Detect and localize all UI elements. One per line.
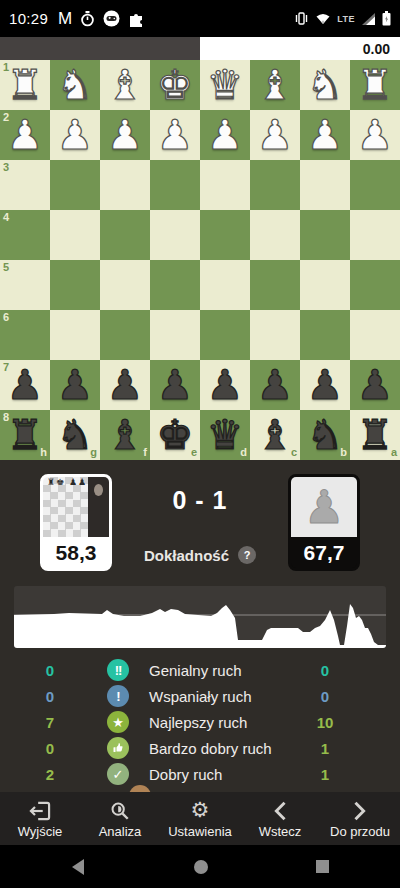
square-g6[interactable] — [50, 310, 100, 360]
square-h1[interactable]: 1♜ — [0, 60, 50, 110]
android-home-button[interactable] — [193, 859, 209, 875]
rank-label: 7 — [3, 362, 9, 373]
app-screen: 10:29 M LTE 0.00 1♜♞♝♚♛♝♞♜2♟♟♟♟♟♟♟♟34567… — [0, 0, 400, 888]
black-great-count: 0 — [290, 688, 360, 705]
file-label: g — [90, 447, 97, 458]
square-e4[interactable] — [150, 210, 200, 260]
square-b6[interactable] — [300, 310, 350, 360]
square-b5[interactable] — [300, 260, 350, 310]
square-d2[interactable]: ♟ — [200, 110, 250, 160]
battery-icon — [382, 11, 391, 26]
file-label: d — [240, 447, 247, 458]
breakdown-row-best: 7 ★ Najlepszy ruch 10 — [0, 709, 360, 735]
black-bishop[interactable]: ♝ — [257, 410, 294, 460]
chevron-left-icon — [273, 801, 287, 821]
square-d4[interactable] — [200, 210, 250, 260]
black-queen[interactable]: ♛ — [207, 410, 244, 460]
square-c3[interactable] — [250, 160, 300, 210]
white-pawn[interactable]: ♟ — [7, 110, 44, 160]
white-pawn[interactable]: ♟ — [207, 110, 244, 160]
square-d5[interactable] — [200, 260, 250, 310]
black-rook[interactable]: ♜ — [7, 410, 44, 460]
square-a6[interactable] — [350, 310, 400, 360]
status-bar: 10:29 M LTE — [0, 0, 400, 37]
black-brilliant-count: 0 — [290, 662, 360, 679]
best-move-icon: ★ — [107, 711, 129, 733]
best-move-label: Najlepszy ruch — [140, 714, 290, 731]
white-knight[interactable]: ♞ — [57, 60, 94, 110]
game-summary-panel: ♜♚ ♟♟♟ 58,3 0 - 1 Dokładność ? ♟ 67,7 — [0, 460, 400, 583]
black-accuracy-value: 67,7 — [291, 537, 357, 568]
square-e1[interactable]: ♚ — [150, 60, 200, 110]
android-navigation-bar — [0, 845, 400, 888]
breakdown-row-good: 2 ✓ Dobry ruch 1 — [0, 761, 360, 787]
square-e7[interactable]: ♟ — [150, 360, 200, 410]
bottom-toolbar: Wyjście Analiza ⚙ Ustawienia Wstecz Do p… — [0, 792, 400, 845]
square-h8[interactable]: 8h♜ — [0, 410, 50, 460]
square-d1[interactable]: ♛ — [200, 60, 250, 110]
square-e6[interactable] — [150, 310, 200, 360]
square-h5[interactable]: 5 — [0, 260, 50, 310]
evaluation-graph-section — [0, 583, 400, 652]
white-pawn[interactable]: ♟ — [107, 110, 144, 160]
gear-icon: ⚙ — [191, 800, 210, 821]
accuracy-help-icon[interactable]: ? — [238, 546, 256, 564]
square-g7[interactable]: ♟ — [50, 360, 100, 410]
square-b4[interactable] — [300, 210, 350, 260]
play-games-notification-icon — [103, 10, 120, 27]
evaluation-bar: 0.00 — [0, 37, 400, 60]
black-avatar-image: ♟ — [291, 477, 357, 537]
file-label: b — [340, 447, 347, 458]
square-b7[interactable]: ♟ — [300, 360, 350, 410]
white-excellent-count: 0 — [0, 740, 100, 757]
evaluation-value: 0.00 — [363, 37, 390, 60]
forward-move-button[interactable]: Do przodu — [320, 792, 400, 845]
square-e5[interactable] — [150, 260, 200, 310]
square-g8[interactable]: g♞ — [50, 410, 100, 460]
square-f4[interactable] — [100, 210, 150, 260]
white-pawn[interactable]: ♟ — [357, 110, 394, 160]
black-excellent-count: 1 — [290, 740, 360, 757]
black-pawn[interactable]: ♟ — [7, 360, 44, 410]
rank-label: 1 — [3, 62, 9, 73]
file-label: e — [191, 447, 197, 458]
white-brilliant-count: 0 — [0, 662, 100, 679]
white-knight[interactable]: ♞ — [307, 60, 344, 110]
black-king[interactable]: ♚ — [157, 410, 194, 460]
signal-icon — [362, 13, 375, 25]
black-knight[interactable]: ♞ — [307, 410, 344, 460]
android-back-button[interactable] — [70, 858, 86, 876]
accuracy-label: Dokładność — [144, 547, 229, 564]
great-move-icon: ! — [107, 685, 129, 707]
square-f6[interactable] — [100, 310, 150, 360]
square-a5[interactable] — [350, 260, 400, 310]
square-a8[interactable]: a♜ — [350, 410, 400, 460]
white-great-count: 0 — [0, 688, 100, 705]
brilliant-move-icon: !! — [107, 659, 129, 681]
square-f7[interactable]: ♟ — [100, 360, 150, 410]
square-b8[interactable]: b♞ — [300, 410, 350, 460]
black-pawn[interactable]: ♟ — [57, 360, 94, 410]
square-c6[interactable] — [250, 310, 300, 360]
back-move-button[interactable]: Wstecz — [240, 792, 320, 845]
square-c2[interactable]: ♟ — [250, 110, 300, 160]
square-g5[interactable] — [50, 260, 100, 310]
square-f5[interactable] — [100, 260, 150, 310]
square-h7[interactable]: 7♟ — [0, 360, 50, 410]
white-pawn[interactable]: ♟ — [307, 110, 344, 160]
white-pawn[interactable]: ♟ — [257, 110, 294, 160]
gmail-notification-icon: M — [58, 10, 72, 27]
black-good-count: 1 — [290, 766, 360, 783]
good-move-check-icon: ✓ — [107, 763, 129, 785]
square-g2[interactable]: ♟ — [50, 110, 100, 160]
rank-label: 5 — [3, 262, 9, 273]
rank-label: 4 — [3, 212, 9, 223]
square-g4[interactable] — [50, 210, 100, 260]
chevron-right-icon — [353, 801, 367, 821]
square-a3[interactable] — [350, 160, 400, 210]
excellent-move-thumbs-up-icon — [107, 737, 129, 759]
square-d8[interactable]: d♛ — [200, 410, 250, 460]
breakdown-row-excellent: 0 Bardzo dobry ruch 1 — [0, 735, 360, 761]
black-knight[interactable]: ♞ — [57, 410, 94, 460]
puzzle-notification-icon — [128, 11, 144, 27]
breakdown-row-brilliant: 0 !! Genialny ruch 0 — [0, 657, 360, 683]
square-a2[interactable]: ♟ — [350, 110, 400, 160]
white-bishop[interactable]: ♝ — [107, 60, 144, 110]
white-pawn[interactable]: ♟ — [157, 110, 194, 160]
white-king[interactable]: ♚ — [157, 60, 194, 110]
wifi-icon — [316, 13, 330, 25]
breakdown-row-great: 0 ! Wspaniały ruch 0 — [0, 683, 360, 709]
black-best-count: 10 — [290, 714, 360, 731]
rank-label: 3 — [3, 162, 9, 173]
square-c7[interactable]: ♟ — [250, 360, 300, 410]
square-f2[interactable]: ♟ — [100, 110, 150, 160]
square-g1[interactable]: ♞ — [50, 60, 100, 110]
square-e3[interactable] — [150, 160, 200, 210]
square-g3[interactable] — [50, 160, 100, 210]
analysis-button[interactable]: Analiza — [80, 792, 160, 845]
square-a7[interactable]: ♟ — [350, 360, 400, 410]
evaluation-graph[interactable] — [14, 586, 386, 648]
eval-graph-area — [14, 604, 386, 648]
square-h4[interactable]: 4 — [0, 210, 50, 260]
rank-label: 6 — [3, 312, 9, 323]
white-good-count: 2 — [0, 766, 100, 783]
brilliant-move-label: Genialny ruch — [140, 662, 290, 679]
clock: 10:29 — [9, 10, 48, 27]
square-f3[interactable] — [100, 160, 150, 210]
square-c4[interactable] — [250, 210, 300, 260]
square-d7[interactable]: ♟ — [200, 360, 250, 410]
excellent-move-label: Bardzo dobry ruch — [140, 740, 290, 757]
rank-label: 8 — [3, 412, 9, 423]
android-recents-button[interactable] — [315, 859, 330, 874]
black-pawn[interactable]: ♟ — [307, 360, 344, 410]
black-pawn[interactable]: ♟ — [207, 360, 244, 410]
network-type-label: LTE — [337, 14, 355, 24]
black-pawn[interactable]: ♟ — [257, 360, 294, 410]
square-d3[interactable] — [200, 160, 250, 210]
black-pawn[interactable]: ♟ — [357, 360, 394, 410]
square-a4[interactable] — [350, 210, 400, 260]
white-rook[interactable]: ♜ — [357, 60, 394, 110]
white-best-count: 7 — [0, 714, 100, 731]
file-label: h — [40, 447, 47, 458]
square-b2[interactable]: ♟ — [300, 110, 350, 160]
file-label: a — [391, 447, 397, 458]
good-move-label: Dobry ruch — [140, 766, 290, 783]
move-breakdown-list: 0 !! Genialny ruch 0 0 ! Wspaniały ruch … — [0, 652, 400, 792]
white-pawn[interactable]: ♟ — [57, 110, 94, 160]
square-f8[interactable]: f♝ — [100, 410, 150, 460]
black-pawn[interactable]: ♟ — [157, 360, 194, 410]
square-b1[interactable]: ♞ — [300, 60, 350, 110]
square-h2[interactable]: 2♟ — [0, 110, 50, 160]
square-h3[interactable]: 3 — [0, 160, 50, 210]
square-a1[interactable]: ♜ — [350, 60, 400, 110]
square-c1[interactable]: ♝ — [250, 60, 300, 110]
square-e2[interactable]: ♟ — [150, 110, 200, 160]
square-h6[interactable]: 6 — [0, 310, 50, 360]
file-label: f — [143, 447, 147, 458]
black-player-avatar[interactable]: ♟ 67,7 — [288, 474, 360, 571]
evaluation-bar-black-side — [0, 37, 200, 60]
rank-label: 2 — [3, 112, 9, 123]
square-f1[interactable]: ♝ — [100, 60, 150, 110]
white-rook[interactable]: ♜ — [7, 60, 44, 110]
great-move-label: Wspaniały ruch — [140, 688, 290, 705]
white-bishop[interactable]: ♝ — [257, 60, 294, 110]
exit-icon — [29, 801, 51, 821]
chess-board: 1♜♞♝♚♛♝♞♜2♟♟♟♟♟♟♟♟34567♟♟♟♟♟♟♟♟8h♜g♞f♝e♚… — [0, 60, 400, 460]
black-rook[interactable]: ♜ — [357, 410, 394, 460]
square-c8[interactable]: c♝ — [250, 410, 300, 460]
stopwatch-icon — [80, 11, 95, 27]
square-c5[interactable] — [250, 260, 300, 310]
square-e8[interactable]: e♚ — [150, 410, 200, 460]
pawn-avatar-icon: ♟ — [303, 484, 344, 530]
square-d6[interactable] — [200, 310, 250, 360]
exit-button[interactable]: Wyjście — [0, 792, 80, 845]
file-label: c — [291, 447, 297, 458]
white-queen[interactable]: ♛ — [207, 60, 244, 110]
black-bishop[interactable]: ♝ — [107, 410, 144, 460]
square-b3[interactable] — [300, 160, 350, 210]
vibrate-icon — [294, 12, 309, 25]
analysis-magnifier-icon — [109, 801, 131, 821]
black-pawn[interactable]: ♟ — [107, 360, 144, 410]
settings-button[interactable]: ⚙ Ustawienia — [160, 792, 240, 845]
